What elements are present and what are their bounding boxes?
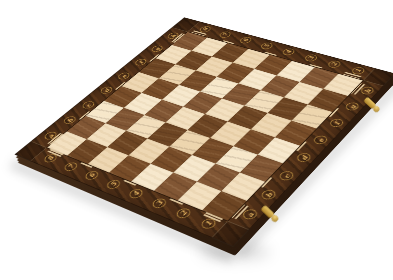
coord-file-h-near: h: [358, 86, 375, 96]
coord-rank-8-west: 8: [42, 153, 59, 164]
coord-rank-2-east: 2: [326, 60, 343, 69]
square-c2: [216, 146, 258, 172]
square-b2: [197, 164, 240, 191]
square-a5: [109, 155, 150, 181]
square-b4: [151, 147, 192, 173]
inlay-dash: [80, 162, 92, 168]
square-b6: [107, 131, 147, 156]
coord-file-b-near: b: [259, 189, 278, 202]
square-b5: [129, 139, 170, 164]
square-d3: [210, 122, 251, 147]
inlay-dash: [203, 214, 221, 222]
square-g1: [308, 89, 348, 112]
square-c3: [192, 138, 233, 164]
inlay-dash: [50, 149, 64, 155]
square-d2: [233, 129, 274, 154]
square-c4: [169, 130, 210, 155]
square-e1: [275, 121, 316, 146]
square-a4: [131, 164, 173, 191]
inlay-dash: [123, 180, 136, 186]
inlay-dash: [351, 83, 362, 94]
square-b3: [173, 155, 215, 182]
coord-rank-4-west: 4: [126, 187, 145, 199]
coord-rank-5-east: 5: [259, 42, 275, 50]
square-a7: [67, 139, 107, 164]
square-c5: [147, 122, 187, 146]
chessboard-face: aa88bb77cc66dd55ee44ff33gg22hh11: [14, 17, 393, 247]
coord-rank-5-west: 5: [104, 178, 122, 190]
square-a6: [88, 147, 129, 173]
square-c1: [240, 155, 283, 182]
frame-corner-block: [172, 17, 201, 32]
inlay-dash: [296, 141, 307, 151]
square-b1: [221, 173, 265, 201]
square-a2: [178, 182, 222, 211]
inlay-dash: [231, 204, 245, 218]
square-e3: [228, 106, 268, 130]
inlay-dash: [47, 151, 61, 157]
coord-file-c-near: c: [277, 170, 296, 182]
coord-rank-3-west: 3: [149, 197, 168, 210]
coord-rank-3-east: 3: [303, 53, 319, 62]
coord-rank-6-east: 6: [238, 36, 254, 44]
coord-rank-4-east: 4: [280, 47, 296, 56]
coord-file-a-near: a: [240, 208, 260, 221]
coord-rank-7-west: 7: [62, 161, 80, 172]
coord-file-d-near: d: [294, 152, 313, 164]
inlay-dash: [169, 198, 183, 205]
inlay-dash: [234, 205, 248, 219]
coord-file-e-near: e: [311, 135, 329, 146]
square-e2: [251, 113, 292, 137]
product-photo-scene: aa88bb77cc66dd55ee44ff33gg22hh11: [0, 0, 393, 280]
folding-chessboard: aa88bb77cc66dd55ee44ff33gg22hh11: [14, 17, 393, 247]
square-f1: [292, 104, 333, 128]
inlay-dash: [354, 84, 365, 95]
square-d1: [258, 137, 300, 163]
coord-rank-2-west: 2: [173, 207, 192, 220]
square-a1: [202, 191, 247, 221]
coord-rank-7-east: 7: [217, 31, 232, 39]
square-a3: [154, 173, 197, 201]
coord-rank-6-west: 6: [82, 170, 100, 181]
coord-file-f-near: f: [327, 118, 345, 129]
inlay-dash: [205, 212, 223, 220]
coord-rank-1-west: 1: [198, 217, 218, 230]
square-f2: [268, 97, 308, 120]
inlay-dash: [261, 177, 272, 188]
square-d4: [187, 114, 227, 138]
coord-file-g-near: g: [343, 102, 361, 112]
inlay-dash: [329, 108, 339, 117]
